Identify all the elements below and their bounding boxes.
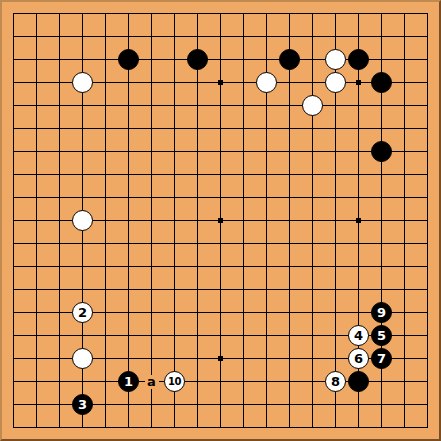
- grid-line: [243, 13, 244, 428]
- stone-black-R13: [371, 141, 392, 162]
- stone-white-D10: [72, 210, 93, 231]
- stone-black-R16: [371, 72, 392, 93]
- stone-black-N17: [279, 49, 300, 70]
- stone-white-P3: 8: [325, 371, 346, 392]
- stone-black-F17: [118, 49, 139, 70]
- stone-black-Q3: [348, 371, 369, 392]
- stone-black-D2: 3: [72, 394, 93, 415]
- move-number: 4: [354, 329, 363, 342]
- star-point: [356, 80, 361, 85]
- move-number: 8: [331, 375, 340, 388]
- stone-white-P16: [325, 72, 346, 93]
- move-number: 5: [377, 329, 386, 342]
- stone-black-R4: 7: [371, 348, 392, 369]
- stone-black-J17: [187, 49, 208, 70]
- grid-line: [427, 13, 428, 428]
- star-point: [218, 218, 223, 223]
- move-number: 3: [78, 398, 87, 411]
- move-number: 6: [354, 352, 363, 365]
- star-point: [218, 356, 223, 361]
- stone-white-Q4: 6: [348, 348, 369, 369]
- star-point: [218, 80, 223, 85]
- grid-line: [312, 13, 313, 428]
- move-number: 1: [124, 375, 133, 388]
- grid-line: [13, 243, 428, 244]
- star-point: [356, 218, 361, 223]
- stone-white-D4: [72, 348, 93, 369]
- move-number: 10: [168, 376, 181, 386]
- grid-line: [13, 427, 428, 428]
- stone-white-P17: [325, 49, 346, 70]
- move-number: 2: [78, 306, 87, 319]
- stone-black-F3: 1: [118, 371, 139, 392]
- go-board: a12345678910: [0, 0, 441, 441]
- move-number: 9: [377, 306, 386, 319]
- label-a-G3: a: [145, 375, 159, 389]
- stone-black-R5: 5: [371, 325, 392, 346]
- stone-white-Q5: 4: [348, 325, 369, 346]
- stone-black-Q17: [348, 49, 369, 70]
- stone-white-D16: [72, 72, 93, 93]
- grid-line: [289, 13, 290, 428]
- grid-line: [13, 289, 428, 290]
- stone-white-H3: 10: [164, 371, 185, 392]
- move-number: 7: [377, 352, 386, 365]
- stone-white-D6: 2: [72, 302, 93, 323]
- stone-black-R6: 9: [371, 302, 392, 323]
- grid-line: [13, 266, 428, 267]
- grid-line: [404, 13, 405, 428]
- stone-white-M16: [256, 72, 277, 93]
- stone-white-O15: [302, 95, 323, 116]
